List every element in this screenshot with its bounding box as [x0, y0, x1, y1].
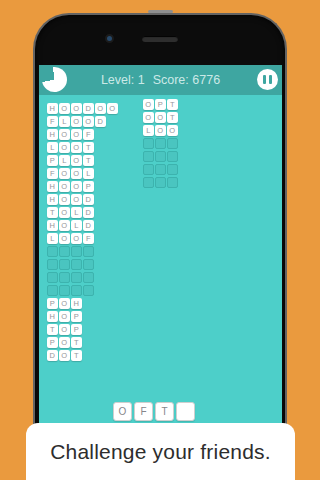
empty-cell: [167, 151, 178, 162]
letter-tile: O: [83, 116, 94, 127]
pause-icon: [269, 75, 272, 84]
empty-cell: [71, 285, 82, 296]
letter-tile: D: [83, 194, 94, 205]
empty-cell: [83, 272, 94, 283]
empty-cell: [47, 259, 58, 270]
letter-tile: P: [47, 337, 58, 348]
empty-cell: [155, 164, 166, 175]
letter-tile: O: [71, 194, 82, 205]
letter-tile: D: [83, 207, 94, 218]
letter-tile: F: [47, 168, 58, 179]
letter-tile: T: [47, 207, 58, 218]
empty-cell: [59, 259, 70, 270]
found-words-grid-left: HOODOOFLOODHOOFLOOTPLOTFOOLHOOPHOODTOLDH…: [47, 103, 118, 361]
letter-tile: H: [47, 220, 58, 231]
empty-cell: [83, 259, 94, 270]
letter-tile: O: [143, 99, 154, 110]
empty-cell: [47, 285, 58, 296]
empty-cell: [143, 138, 154, 149]
empty-cell: [167, 138, 178, 149]
empty-cell: [47, 272, 58, 283]
empty-cell: [59, 272, 70, 283]
empty-cell: [83, 285, 94, 296]
empty-cell: [143, 151, 154, 162]
letter-tile: O: [59, 324, 70, 335]
phone-top-highlight: [148, 10, 173, 13]
empty-cell: [71, 272, 82, 283]
letter-tile: H: [47, 181, 58, 192]
letter-tile: H: [47, 194, 58, 205]
empty-cell: [59, 246, 70, 257]
letter-tile: O: [95, 103, 106, 114]
letter-tile: L: [71, 207, 82, 218]
empty-cell: [59, 285, 70, 296]
letter-tile: O: [71, 155, 82, 166]
empty-cell: [71, 259, 82, 270]
letter-tile: O: [59, 168, 70, 179]
letter-tile: L: [47, 233, 58, 244]
letter-tile: L: [143, 125, 154, 136]
letter-tile: L: [83, 168, 94, 179]
letter-tile: L: [71, 220, 82, 231]
letter-tray: OFT: [113, 402, 195, 421]
letter-tile: P: [47, 155, 58, 166]
letter-tile: P: [155, 99, 166, 110]
letter-tile: H: [71, 298, 82, 309]
letter-tile: O: [59, 129, 70, 140]
letter-tile: F: [83, 233, 94, 244]
empty-cell: [47, 246, 58, 257]
letter-tile: T: [47, 324, 58, 335]
tray-slot-letter[interactable]: T: [155, 402, 174, 421]
letter-tile: H: [47, 129, 58, 140]
empty-cell: [143, 164, 154, 175]
pause-icon: [263, 75, 266, 84]
letter-tile: T: [83, 155, 94, 166]
letter-tile: L: [59, 155, 70, 166]
letter-tile: P: [71, 311, 82, 322]
tray-slot-letter[interactable]: F: [134, 402, 153, 421]
caption-text: Challenge your friends.: [50, 440, 271, 464]
letter-tile: P: [71, 324, 82, 335]
letter-tile: O: [59, 181, 70, 192]
letter-tile: O: [71, 116, 82, 127]
empty-cell: [71, 246, 82, 257]
letter-tile: F: [47, 116, 58, 127]
empty-cell: [155, 177, 166, 188]
letter-tile: T: [71, 350, 82, 361]
letter-tile: O: [71, 142, 82, 153]
letter-tile: O: [71, 168, 82, 179]
header-bar: Level: 1 Score: 6776: [39, 65, 282, 95]
letter-tile: O: [155, 125, 166, 136]
tray-slot-letter[interactable]: O: [113, 402, 132, 421]
letter-tile: D: [95, 116, 106, 127]
letter-tile: O: [59, 194, 70, 205]
score-label: Score: 6776: [153, 73, 220, 87]
letter-tile: L: [47, 142, 58, 153]
letter-tile: O: [59, 220, 70, 231]
letter-tile: D: [83, 103, 94, 114]
letter-tile: O: [59, 298, 70, 309]
empty-cell: [167, 177, 178, 188]
letter-tile: D: [83, 220, 94, 231]
letter-tile: O: [59, 350, 70, 361]
letter-tile: O: [71, 129, 82, 140]
letter-tile: T: [71, 337, 82, 348]
letter-tile: T: [83, 142, 94, 153]
letter-tile: O: [167, 125, 178, 136]
found-words-grid-right: OPTOOTLOO: [143, 99, 178, 188]
letter-tile: O: [59, 311, 70, 322]
caption-card: Challenge your friends.: [26, 423, 295, 480]
letter-tile: P: [83, 181, 94, 192]
letter-tile: T: [167, 99, 178, 110]
pause-button[interactable]: [257, 69, 278, 90]
level-label: Level: 1: [101, 73, 145, 87]
letter-tile: O: [59, 207, 70, 218]
header-title: Level: 1 Score: 6776: [39, 65, 282, 95]
letter-tile: O: [71, 181, 82, 192]
letter-tile: D: [47, 350, 58, 361]
empty-cell: [83, 246, 94, 257]
empty-cell: [155, 138, 166, 149]
letter-tile: T: [167, 112, 178, 123]
front-camera-icon: [105, 34, 114, 43]
tray-slot-empty[interactable]: [176, 402, 195, 421]
letter-tile: O: [107, 103, 118, 114]
earpiece-speaker: [142, 36, 178, 42]
empty-cell: [155, 151, 166, 162]
letter-tile: L: [59, 116, 70, 127]
letter-tile: O: [59, 142, 70, 153]
letter-tile: O: [143, 112, 154, 123]
letter-tile: O: [155, 112, 166, 123]
letter-tile: O: [71, 233, 82, 244]
empty-cell: [167, 164, 178, 175]
letter-tile: O: [59, 337, 70, 348]
letter-tile: F: [83, 129, 94, 140]
letter-tile: O: [71, 103, 82, 114]
letter-tile: O: [59, 233, 70, 244]
empty-cell: [143, 177, 154, 188]
letter-tile: H: [47, 311, 58, 322]
letter-tile: H: [47, 103, 58, 114]
game-screen: Level: 1 Score: 6776 HOODOOFLOODHOOFLOOT…: [39, 65, 282, 480]
letter-tile: O: [59, 103, 70, 114]
letter-tile: P: [47, 298, 58, 309]
